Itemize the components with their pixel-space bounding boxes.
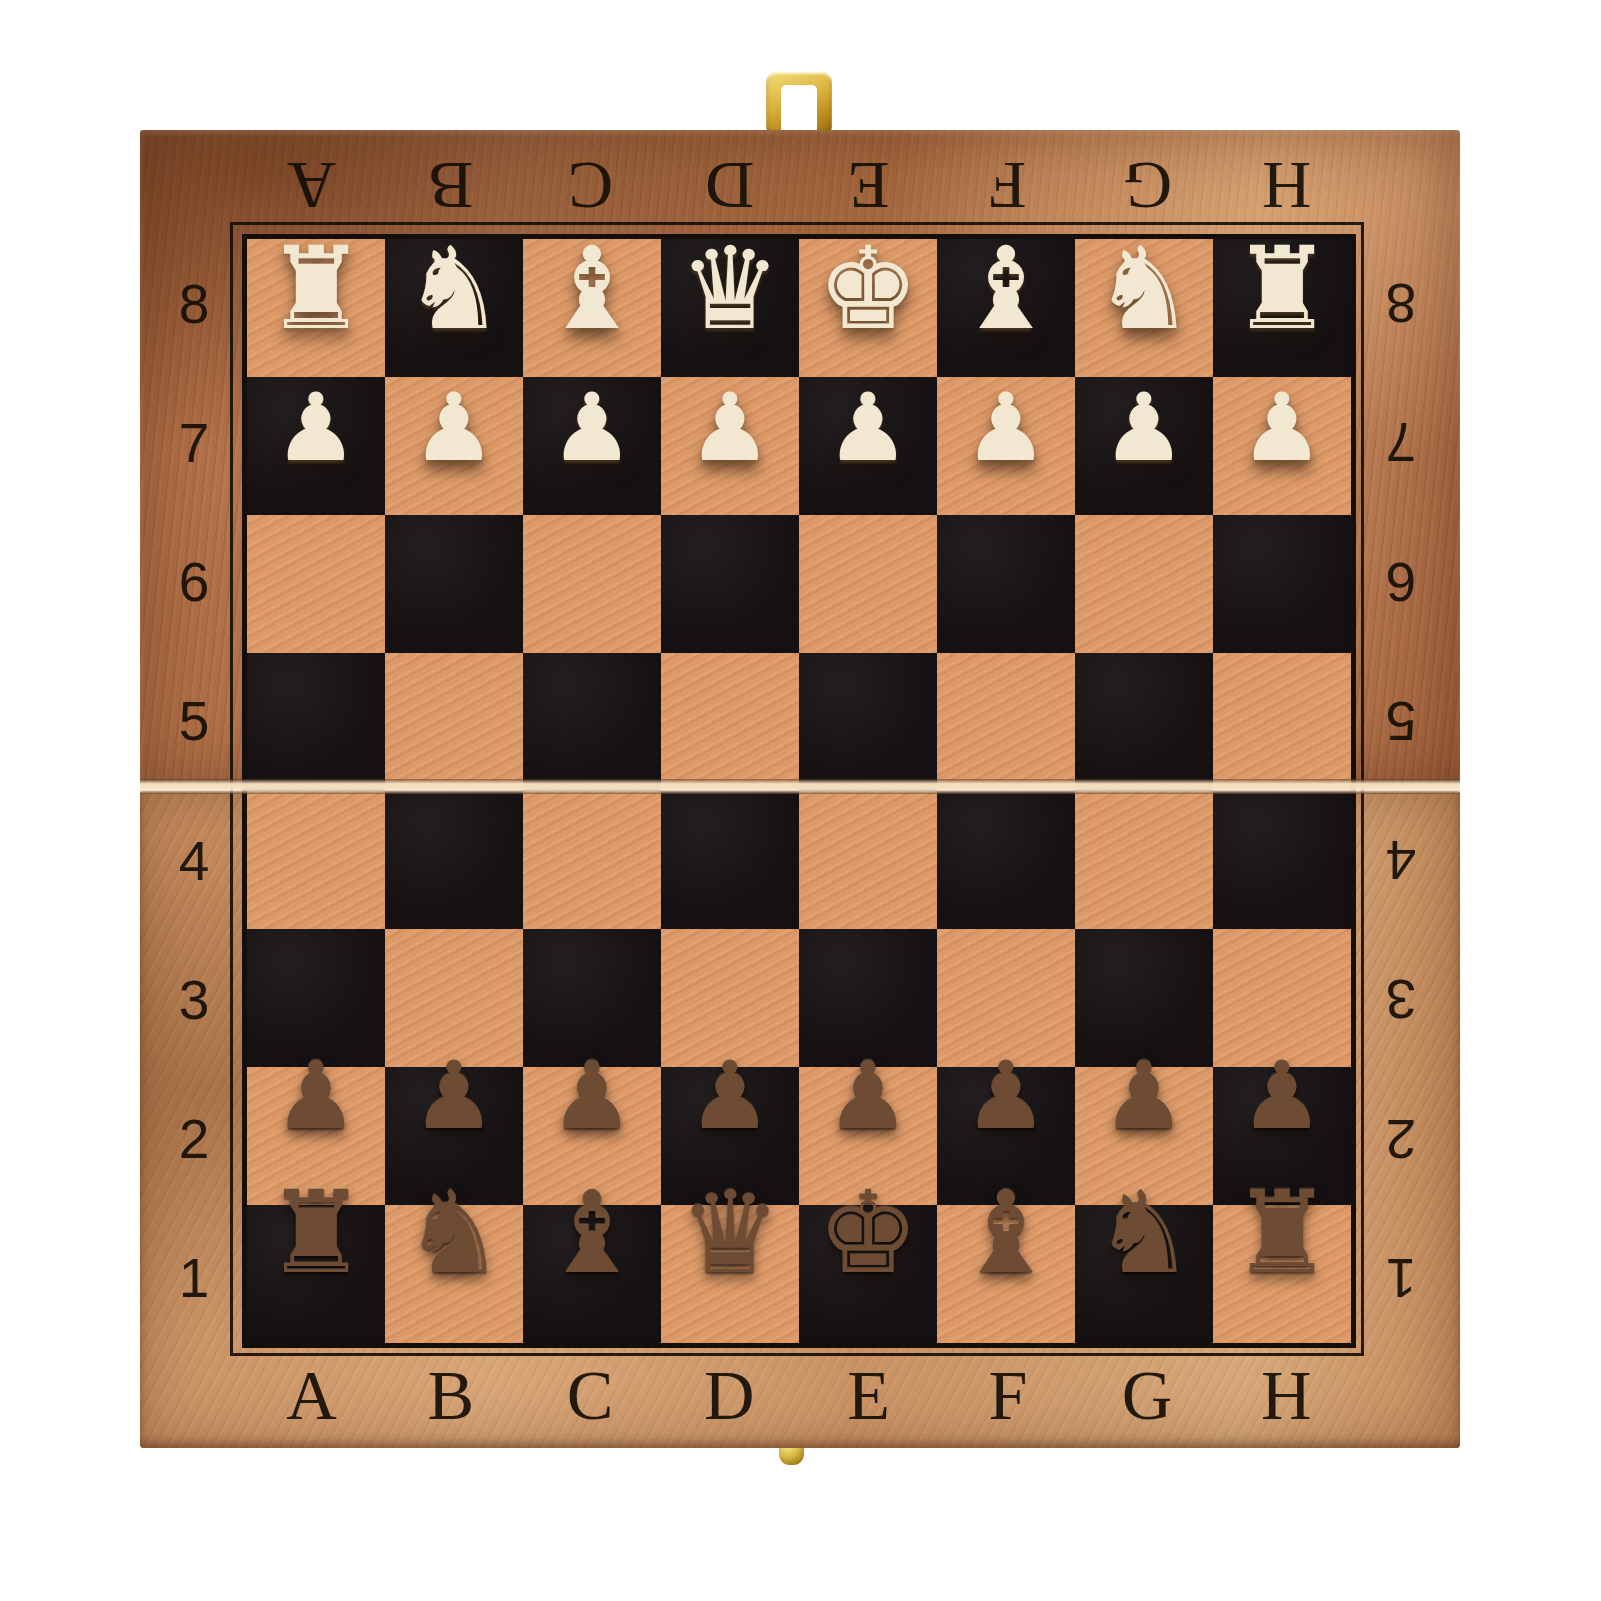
- square-b7[interactable]: ♟: [385, 377, 523, 515]
- square-b8[interactable]: ♞: [385, 239, 523, 377]
- square-a8[interactable]: ♜: [247, 239, 385, 377]
- square-d6[interactable]: [661, 515, 799, 653]
- square-h4[interactable]: [1213, 791, 1351, 929]
- black-rook-h1[interactable]: ♜: [1231, 1176, 1333, 1290]
- file-label-top-H: H: [1217, 146, 1356, 226]
- file-labels-bottom: ABCDEFGH: [242, 1350, 1356, 1442]
- rank-label-right-4: 4: [1358, 791, 1444, 930]
- square-a7[interactable]: ♟: [247, 377, 385, 515]
- chess-board: ♜♞♝♛♚♝♞♜♟♟♟♟♟♟♟♟♟♟♟♟♟♟♟♟♜♞♝♛♚♝♞♜ ABCDEFG…: [140, 130, 1460, 1448]
- black-pawn-b2[interactable]: ♟: [412, 1049, 496, 1143]
- rank-label-left-4: 4: [152, 791, 236, 930]
- rank-label-left-7: 7: [152, 373, 236, 512]
- rank-label-right-3: 3: [1358, 930, 1444, 1069]
- rank-label-left-3: 3: [152, 930, 236, 1069]
- square-d8[interactable]: ♛: [661, 239, 799, 377]
- file-label-bottom-A: A: [242, 1350, 381, 1442]
- square-g4[interactable]: [1075, 791, 1213, 929]
- white-bishop-c8[interactable]: ♝: [541, 232, 643, 346]
- square-b5[interactable]: [385, 653, 523, 791]
- square-b1[interactable]: ♞: [385, 1205, 523, 1343]
- brass-clasp: [766, 72, 832, 136]
- black-knight-g1[interactable]: ♞: [1093, 1176, 1195, 1290]
- file-label-bottom-D: D: [660, 1350, 799, 1442]
- square-d7[interactable]: ♟: [661, 377, 799, 515]
- black-pawn-h2[interactable]: ♟: [1240, 1049, 1324, 1143]
- file-label-top-C: C: [521, 146, 660, 226]
- square-g7[interactable]: ♟: [1075, 377, 1213, 515]
- file-label-top-D: D: [660, 146, 799, 226]
- square-c6[interactable]: [523, 515, 661, 653]
- rank-label-right-8: 8: [1358, 234, 1444, 373]
- file-label-bottom-B: B: [381, 1350, 520, 1442]
- square-g8[interactable]: ♞: [1075, 239, 1213, 377]
- rank-label-right-1: 1: [1358, 1209, 1444, 1348]
- rank-label-right-6: 6: [1358, 513, 1444, 652]
- white-pawn-d7[interactable]: ♟: [688, 381, 772, 475]
- file-label-top-F: F: [938, 146, 1077, 226]
- rank-label-right-5: 5: [1358, 652, 1444, 791]
- rank-label-left-2: 2: [152, 1070, 236, 1209]
- file-label-top-G: G: [1078, 146, 1217, 226]
- square-h7[interactable]: ♟: [1213, 377, 1351, 515]
- square-g5[interactable]: [1075, 653, 1213, 791]
- white-rook-a8[interactable]: ♜: [265, 232, 367, 346]
- square-e7[interactable]: ♟: [799, 377, 937, 515]
- file-label-bottom-H: H: [1217, 1350, 1356, 1442]
- square-e1[interactable]: ♚: [799, 1205, 937, 1343]
- file-label-top-A: A: [242, 146, 381, 226]
- black-rook-a1[interactable]: ♜: [265, 1176, 367, 1290]
- square-a6[interactable]: [247, 515, 385, 653]
- black-pawn-a2[interactable]: ♟: [274, 1049, 358, 1143]
- black-pawn-c2[interactable]: ♟: [550, 1049, 634, 1143]
- square-c1[interactable]: ♝: [523, 1205, 661, 1343]
- file-label-top-E: E: [799, 146, 938, 226]
- square-h5[interactable]: [1213, 653, 1351, 791]
- white-bishop-f8[interactable]: ♝: [955, 232, 1057, 346]
- square-e4[interactable]: [799, 791, 937, 929]
- square-h6[interactable]: [1213, 515, 1351, 653]
- square-c8[interactable]: ♝: [523, 239, 661, 377]
- photo-background: ♜♞♝♛♚♝♞♜♟♟♟♟♟♟♟♟♟♟♟♟♟♟♟♟♜♞♝♛♚♝♞♜ ABCDEFG…: [0, 0, 1601, 1601]
- white-pawn-g7[interactable]: ♟: [1102, 381, 1186, 475]
- square-b4[interactable]: [385, 791, 523, 929]
- white-queen-d8[interactable]: ♛: [679, 232, 781, 346]
- black-knight-b1[interactable]: ♞: [403, 1176, 505, 1290]
- file-label-bottom-F: F: [938, 1350, 1077, 1442]
- square-g1[interactable]: ♞: [1075, 1205, 1213, 1343]
- rank-label-left-8: 8: [152, 234, 236, 373]
- white-knight-g8[interactable]: ♞: [1093, 232, 1195, 346]
- square-f8[interactable]: ♝: [937, 239, 1075, 377]
- square-f4[interactable]: [937, 791, 1075, 929]
- white-king-e8[interactable]: ♚: [817, 232, 919, 346]
- square-d5[interactable]: [661, 653, 799, 791]
- square-d1[interactable]: ♛: [661, 1205, 799, 1343]
- square-d4[interactable]: [661, 791, 799, 929]
- fold-seam: [140, 779, 1460, 794]
- square-h1[interactable]: ♜: [1213, 1205, 1351, 1343]
- white-pawn-f7[interactable]: ♟: [964, 381, 1048, 475]
- white-pawn-a7[interactable]: ♟: [274, 381, 358, 475]
- square-c7[interactable]: ♟: [523, 377, 661, 515]
- square-b6[interactable]: [385, 515, 523, 653]
- rank-label-left-5: 5: [152, 652, 236, 791]
- rank-label-right-7: 7: [1358, 373, 1444, 512]
- black-pawn-e2[interactable]: ♟: [826, 1049, 910, 1143]
- file-labels-top: ABCDEFGH: [242, 146, 1356, 226]
- black-pawn-g2[interactable]: ♟: [1102, 1049, 1186, 1143]
- square-a4[interactable]: [247, 791, 385, 929]
- white-pawn-h7[interactable]: ♟: [1240, 381, 1324, 475]
- square-e6[interactable]: [799, 515, 937, 653]
- black-bishop-f1[interactable]: ♝: [955, 1176, 1057, 1290]
- square-g6[interactable]: [1075, 515, 1213, 653]
- white-pawn-b7[interactable]: ♟: [412, 381, 496, 475]
- square-a5[interactable]: [247, 653, 385, 791]
- black-king-e1[interactable]: ♚: [817, 1176, 919, 1290]
- square-e8[interactable]: ♚: [799, 239, 937, 377]
- file-label-bottom-E: E: [799, 1350, 938, 1442]
- square-f5[interactable]: [937, 653, 1075, 791]
- black-bishop-c1[interactable]: ♝: [541, 1176, 643, 1290]
- square-f7[interactable]: ♟: [937, 377, 1075, 515]
- square-a1[interactable]: ♜: [247, 1205, 385, 1343]
- white-knight-b8[interactable]: ♞: [403, 232, 505, 346]
- black-queen-d1[interactable]: ♛: [679, 1176, 781, 1290]
- square-e5[interactable]: [799, 653, 937, 791]
- file-label-bottom-G: G: [1078, 1350, 1217, 1442]
- white-pawn-c7[interactable]: ♟: [550, 381, 634, 475]
- square-c4[interactable]: [523, 791, 661, 929]
- file-label-bottom-C: C: [521, 1350, 660, 1442]
- file-label-top-B: B: [381, 146, 520, 226]
- black-pawn-f2[interactable]: ♟: [964, 1049, 1048, 1143]
- rank-label-left-1: 1: [152, 1209, 236, 1348]
- rank-label-left-6: 6: [152, 513, 236, 652]
- square-f1[interactable]: ♝: [937, 1205, 1075, 1343]
- square-f6[interactable]: [937, 515, 1075, 653]
- rank-label-right-2: 2: [1358, 1070, 1444, 1209]
- white-rook-h8[interactable]: ♜: [1231, 232, 1333, 346]
- square-h8[interactable]: ♜: [1213, 239, 1351, 377]
- square-c5[interactable]: [523, 653, 661, 791]
- black-pawn-d2[interactable]: ♟: [688, 1049, 772, 1143]
- white-pawn-e7[interactable]: ♟: [826, 381, 910, 475]
